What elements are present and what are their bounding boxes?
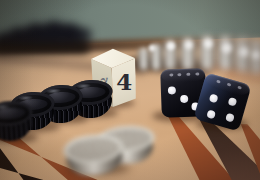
backgammon-photo-scene: 32 4	[0, 0, 260, 180]
die-pip	[206, 109, 216, 119]
black-checker	[0, 99, 34, 142]
die-pip	[168, 86, 176, 94]
die-pip	[180, 94, 188, 102]
die-pip	[225, 113, 235, 123]
die-pip	[208, 93, 218, 103]
die-pip	[228, 97, 238, 107]
metal-checker	[62, 132, 125, 177]
doubling-cube-value-4: 4	[113, 66, 135, 97]
